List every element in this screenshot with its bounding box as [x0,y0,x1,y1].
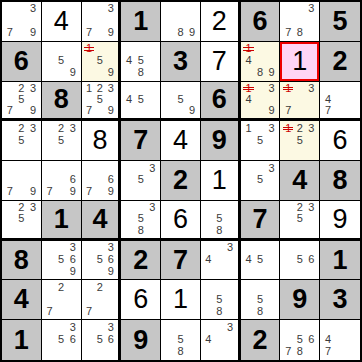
empty-mark-slot [225,254,236,266]
cell-r3c5[interactable]: 59 [161,82,201,122]
cell-r1c5[interactable]: 89 [161,2,201,42]
cell-r7c5[interactable]: 7 [161,241,201,281]
empty-mark-slot [225,293,236,305]
cell-r5c3[interactable]: 679 [82,161,122,201]
empty-mark-slot [135,43,147,55]
empty-mark-slot [282,3,294,15]
empty-mark-slot [294,242,306,254]
empty-mark-slot [203,202,214,213]
empty-mark-slot [294,321,306,333]
given-digit: 1 [54,206,69,233]
cell-r6c5[interactable]: 6 [161,201,201,241]
candidate: 7 [282,27,294,39]
candidate: 8 [294,27,306,39]
empty-mark-slot [27,146,39,158]
empty-mark-slot [4,202,16,213]
empty-mark-slot [44,122,56,134]
cell-r8c9[interactable]: 3 [320,280,360,320]
pencil-marks: 58 [243,281,278,317]
candidate: 3 [105,83,116,94]
candidate: 3 [306,83,318,94]
cell-r4c3[interactable]: 8 [82,121,122,161]
empty-mark-slot [147,186,159,198]
empty-mark-slot [123,174,135,186]
cell-r4c4[interactable]: 7 [121,121,161,161]
empty-mark-slot [203,293,214,305]
candidate: 4 [203,333,214,345]
candidate: 9 [67,186,79,198]
empty-mark-slot [147,55,159,67]
candidate: 5 [55,333,67,345]
cell-r9c5[interactable]: 58 [161,320,201,360]
candidate: 2 [94,281,105,293]
empty-mark-slot [123,202,135,213]
pencil-marks: 3569 [44,242,79,278]
empty-mark-slot [147,224,159,235]
empty-mark-slot [243,134,255,146]
empty-mark-slot [294,83,306,94]
pencil-marks: 58 [203,281,236,317]
cell-r6c2[interactable]: 1 [42,201,82,241]
empty-mark-slot [84,162,95,174]
empty-mark-slot [44,266,56,278]
candidate: 7 [4,186,16,198]
empty-mark-slot [27,224,39,235]
empty-mark-slot [4,83,16,94]
empty-mark-slot [105,43,116,55]
candidate: 6 [306,254,318,266]
empty-mark-slot [94,186,105,198]
pencil-marks: 59 [163,83,198,117]
candidate: 3 [147,162,159,174]
cell-r2c5[interactable]: 3 [161,42,201,82]
empty-mark-slot [294,146,306,158]
empty-mark-slot [67,305,79,317]
cell-r7c8[interactable]: 56 [280,241,320,281]
empty-mark-slot [44,174,56,186]
candidate: 5 [94,55,105,67]
empty-mark-slot [334,94,346,105]
solved-digit: 8 [92,127,107,154]
cell-r8c6[interactable]: 58 [201,280,241,320]
cell-r8c4[interactable]: 6 [121,280,161,320]
cell-r1c2[interactable]: 4 [42,2,82,42]
candidate: 3 [105,242,116,254]
candidate: 1 [84,83,95,94]
cell-r8c8[interactable]: 9 [280,280,320,320]
given-digit: 2 [173,167,188,194]
cell-r8c3[interactable]: 27 [82,280,122,320]
empty-mark-slot [163,83,175,94]
cell-r6c1[interactable]: 235 [2,201,42,241]
empty-mark-slot [27,134,39,146]
candidate: 3 [105,3,116,15]
candidate: 6 [105,333,116,345]
cell-r4c6[interactable]: 9 [201,121,241,161]
cell-r9c1[interactable]: 1 [2,320,42,360]
pencil-marks: 1489 [243,43,278,79]
cell-r1c9[interactable]: 5 [320,2,360,42]
pencil-marks: 56 [282,242,317,278]
cell-r9c3[interactable]: 356 [82,320,122,360]
empty-mark-slot [163,321,175,333]
pencil-marks: 23579 [4,83,39,117]
pencil-marks: 34 [203,321,236,358]
cell-r3c1[interactable]: 23579 [2,82,42,122]
eliminated-candidate: 1 [243,83,255,94]
cell-r3c4[interactable]: 45 [121,82,161,122]
cell-r3c3[interactable]: 123579 [82,82,122,122]
empty-mark-slot [147,83,159,94]
cell-r7c7[interactable]: 45 [241,241,281,281]
given-digit: 7 [173,247,188,274]
candidate: 3 [67,122,79,134]
candidate: 8 [135,67,147,79]
cell-r4c9[interactable]: 6 [320,121,360,161]
candidate: 3 [225,321,236,333]
candidate: 5 [16,134,28,146]
cell-r9c4[interactable]: 9 [121,320,161,360]
empty-mark-slot [266,186,278,198]
pencil-marks: 679 [84,162,117,198]
pencil-marks: 47 [322,83,358,117]
empty-mark-slot [214,281,225,293]
cell-r5c7[interactable]: 35 [241,161,281,201]
pencil-marks: 27 [44,281,79,317]
solved-digit: 4 [173,127,188,154]
candidate: 8 [135,224,147,235]
empty-mark-slot [94,293,105,305]
cell-r1c4[interactable]: 1 [121,2,161,42]
cell-r5c4[interactable]: 35 [121,161,161,201]
empty-mark-slot [334,105,346,116]
empty-mark-slot [334,333,346,345]
cell-r2c7[interactable]: 1489 [241,42,281,82]
cell-r3c7[interactable]: 1349 [241,82,281,122]
candidate: 5 [175,94,187,105]
empty-mark-slot [67,346,79,358]
pencil-marks: 135 [243,122,278,158]
cell-r2c3[interactable]: 159 [82,42,122,82]
cell-r6c7[interactable]: 7 [241,201,281,241]
empty-mark-slot [254,83,266,94]
solved-digit: 6 [173,206,188,233]
candidate: 5 [55,134,67,146]
empty-mark-slot [225,333,236,345]
empty-mark-slot [203,346,214,358]
cell-r9c7[interactable]: 2 [241,320,281,360]
cell-r6c3[interactable]: 4 [82,201,122,241]
cell-r4c8[interactable]: 1235 [280,121,320,161]
empty-mark-slot [67,55,79,67]
empty-mark-slot [55,146,67,158]
candidate: 5 [135,174,147,186]
cell-r1c8[interactable]: 378 [280,2,320,42]
empty-mark-slot [282,254,294,266]
cell-r5c5[interactable]: 2 [161,161,201,201]
pencil-marks: 123579 [84,83,117,117]
candidate: 4 [243,254,255,266]
cell-r2c9[interactable]: 2 [320,42,360,82]
given-digit: 4 [292,167,307,194]
candidate: 7 [84,186,95,198]
candidate: 4 [203,254,214,266]
cell-r5c6[interactable]: 1 [201,161,241,201]
candidate: 3 [27,83,39,94]
given-digit: 3 [333,286,348,313]
cell-r7c6[interactable]: 34 [201,241,241,281]
cell-r8c1[interactable]: 4 [2,280,42,320]
empty-mark-slot [84,67,95,79]
empty-mark-slot [55,162,67,174]
pencil-marks: 379 [84,3,117,39]
candidate: 3 [266,162,278,174]
empty-mark-slot [346,83,358,94]
cell-r6c9[interactable]: 9 [320,201,360,241]
empty-mark-slot [84,55,95,67]
empty-mark-slot [203,321,214,333]
candidate: 6 [105,254,116,266]
candidate: 3 [306,202,318,213]
cell-r5c9[interactable]: 8 [320,161,360,201]
candidate: 8 [254,305,266,317]
empty-mark-slot [94,242,105,254]
candidate: 4 [123,94,135,105]
cell-r2c4[interactable]: 458 [121,42,161,82]
cell-r5c8[interactable]: 4 [280,161,320,201]
empty-mark-slot [266,134,278,146]
solved-digit: 6 [133,286,148,313]
empty-mark-slot [55,67,67,79]
empty-mark-slot [346,105,358,116]
empty-mark-slot [266,242,278,254]
given-digit: 6 [253,8,268,35]
cell-r8c5[interactable]: 1 [161,280,201,320]
cell-r9c2[interactable]: 356 [42,320,82,360]
cell-r9c8[interactable]: 5678 [280,320,320,360]
candidate: 4 [243,55,255,67]
empty-mark-slot [55,346,67,358]
given-digit: 2 [133,247,148,274]
empty-mark-slot [175,3,187,15]
empty-mark-slot [306,213,318,224]
empty-mark-slot [243,174,255,186]
empty-mark-slot [243,162,255,174]
candidate: 7 [322,346,334,358]
empty-mark-slot [266,305,278,317]
empty-mark-slot [186,15,198,27]
empty-mark-slot [294,224,306,235]
empty-mark-slot [44,254,56,266]
candidate: 3 [67,321,79,333]
cell-r6c8[interactable]: 235 [280,201,320,241]
candidate: 5 [16,213,28,224]
pencil-marks: 58 [163,321,198,358]
pencil-marks: 137 [282,83,317,117]
cell-r7c1[interactable]: 8 [2,241,42,281]
given-digit: 1 [14,327,29,354]
empty-mark-slot [254,186,266,198]
empty-mark-slot [16,15,28,27]
empty-mark-slot [306,15,318,27]
cell-r6c4[interactable]: 358 [121,201,161,241]
empty-mark-slot [346,346,358,358]
empty-mark-slot [322,321,334,333]
empty-mark-slot [225,305,236,317]
empty-mark-slot [16,105,28,116]
cell-r8c7[interactable]: 58 [241,280,281,320]
empty-mark-slot [254,43,266,55]
candidate: 5 [135,94,147,105]
eliminated-candidate: 1 [282,83,294,94]
empty-mark-slot [16,186,28,198]
given-digit: 5 [333,8,348,35]
cell-r4c2[interactable]: 235 [42,121,82,161]
empty-mark-slot [175,15,187,27]
candidate: 9 [105,186,116,198]
empty-mark-slot [186,333,198,345]
candidate: 3 [306,3,318,15]
cell-r7c2[interactable]: 3569 [42,241,82,281]
empty-mark-slot [225,213,236,224]
candidate: 5 [254,254,266,266]
candidate: 5 [135,213,147,224]
cell-r3c8[interactable]: 137 [280,82,320,122]
cell-r3c6[interactable]: 6 [201,82,241,122]
cell-r3c2[interactable]: 8 [42,82,82,122]
empty-mark-slot [214,242,225,254]
empty-mark-slot [163,3,175,15]
empty-mark-slot [123,162,135,174]
candidate: 7 [44,186,56,198]
candidate: 5 [214,293,225,305]
empty-mark-slot [27,15,39,27]
candidate: 8 [294,346,306,358]
candidate: 9 [27,186,39,198]
given-digit: 2 [333,48,348,75]
cell-r9c9[interactable]: 47 [320,320,360,360]
empty-mark-slot [243,242,255,254]
empty-mark-slot [44,242,56,254]
empty-mark-slot [67,146,79,158]
pencil-marks: 379 [4,3,39,39]
candidate: 6 [105,174,116,186]
empty-mark-slot [266,55,278,67]
candidate: 9 [27,27,39,39]
empty-mark-slot [282,15,294,27]
candidate: 7 [282,346,294,358]
cell-r5c1[interactable]: 79 [2,161,42,201]
empty-mark-slot [44,146,56,158]
given-digit: 8 [54,86,69,113]
empty-mark-slot [334,346,346,358]
pencil-marks: 356 [44,321,79,358]
cell-r2c2[interactable]: 59 [42,42,82,82]
cell-r6c6[interactable]: 58 [201,201,241,241]
candidate: 5 [55,254,67,266]
candidate: 5 [294,213,306,224]
empty-mark-slot [84,266,95,278]
pencil-marks: 59 [44,43,79,79]
candidate: 9 [105,27,116,39]
empty-mark-slot [44,293,56,305]
empty-mark-slot [16,27,28,39]
candidate: 9 [186,27,198,39]
empty-mark-slot [4,122,16,134]
empty-mark-slot [55,174,67,186]
empty-mark-slot [16,224,28,235]
cell-r1c3[interactable]: 379 [82,2,122,42]
empty-mark-slot [84,321,95,333]
candidate: 3 [147,202,159,213]
empty-mark-slot [225,281,236,293]
pencil-marks: 458 [123,43,158,79]
empty-mark-slot [123,43,135,55]
empty-mark-slot [84,254,95,266]
pencil-marks: 79 [4,162,39,198]
candidate: 7 [84,305,95,317]
cell-r3c9[interactable]: 47 [320,82,360,122]
cell-r9c6[interactable]: 34 [201,320,241,360]
empty-mark-slot [94,346,105,358]
empty-mark-slot [147,43,159,55]
empty-mark-slot [94,321,105,333]
empty-mark-slot [84,346,95,358]
empty-mark-slot [105,281,116,293]
cell-r5c2[interactable]: 679 [42,161,82,201]
cell-r2c6[interactable]: 7 [201,42,241,82]
pencil-marks: 679 [44,162,79,198]
cell-r7c9[interactable]: 1 [320,241,360,281]
empty-mark-slot [214,266,225,278]
pencil-marks: 235 [4,202,39,236]
empty-mark-slot [225,266,236,278]
empty-mark-slot [147,94,159,105]
empty-mark-slot [243,305,255,317]
cell-r1c6[interactable]: 2 [201,2,241,42]
empty-mark-slot [44,43,56,55]
cell-r1c1[interactable]: 379 [2,2,42,42]
empty-mark-slot [243,293,255,305]
cell-r4c5[interactable]: 4 [161,121,201,161]
solved-digit: 7 [212,48,227,75]
empty-mark-slot [147,67,159,79]
empty-mark-slot [44,162,56,174]
empty-mark-slot [163,346,175,358]
empty-mark-slot [346,333,358,345]
empty-mark-slot [55,43,67,55]
candidate: 3 [266,122,278,134]
cell-r4c7[interactable]: 135 [241,121,281,161]
pencil-marks: 45 [123,83,158,117]
empty-mark-slot [4,162,16,174]
cell-r7c4[interactable]: 2 [121,241,161,281]
cell-r8c2[interactable]: 27 [42,280,82,320]
empty-mark-slot [203,242,214,254]
candidate: 5 [94,254,105,266]
empty-mark-slot [4,134,16,146]
cell-r2c1[interactable]: 6 [2,42,42,82]
pencil-marks: 27 [84,281,117,317]
empty-mark-slot [282,321,294,333]
empty-mark-slot [306,146,318,158]
cell-r2c8[interactable]: 1 [280,42,320,82]
cell-r1c7[interactable]: 6 [241,2,281,42]
empty-mark-slot [203,213,214,224]
cell-r7c3[interactable]: 3569 [82,241,122,281]
cell-r4c1[interactable]: 235 [2,121,42,161]
candidate: 5 [254,293,266,305]
